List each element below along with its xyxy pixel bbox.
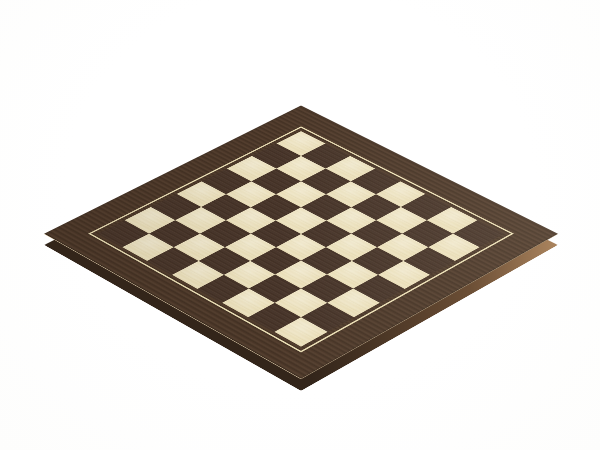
maple-inlay-line bbox=[88, 126, 514, 352]
chessboard-grid bbox=[98, 131, 504, 347]
chessboard-3d bbox=[44, 106, 559, 380]
chessboard-perspective-wrap bbox=[119, 52, 483, 416]
chessboard-frame bbox=[44, 106, 559, 380]
product-photo-scene bbox=[0, 0, 600, 450]
frame-inner-gap bbox=[91, 128, 511, 351]
